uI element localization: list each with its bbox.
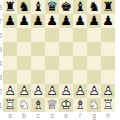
piece-glyph-outline: ♔ bbox=[59, 98, 73, 112]
piece-black-rook[interactable]: ♜ bbox=[101, 0, 115, 14]
square-f3[interactable] bbox=[73, 70, 87, 84]
piece-glyph-outline: ♙ bbox=[3, 84, 17, 98]
square-h3[interactable] bbox=[101, 70, 115, 84]
piece-black-king[interactable]: ♚ bbox=[59, 0, 73, 14]
square-a7[interactable]: ♟ bbox=[3, 14, 17, 28]
piece-black-pawn[interactable]: ♟ bbox=[59, 14, 73, 28]
piece-glyph: ♜ bbox=[3, 0, 17, 14]
piece-glyph: ♞ bbox=[17, 0, 31, 14]
piece-black-pawn[interactable]: ♟ bbox=[45, 14, 59, 28]
square-a3[interactable] bbox=[3, 70, 17, 84]
piece-white-pawn[interactable]: ♟♙ bbox=[3, 84, 17, 98]
piece-white-queen[interactable]: ♛♕ bbox=[45, 98, 59, 112]
square-h4[interactable] bbox=[101, 56, 115, 70]
square-a2[interactable]: ♟♙ bbox=[3, 84, 17, 98]
chess-board[interactable]: ♜♞♝♛♚♝♞♜♟♟♟♟♟♟♟♟♟♙♟♙♟♙♟♙♟♙♟♙♟♙♟♙♜♖♞♘♝♗♛♕… bbox=[3, 0, 115, 112]
piece-white-rook[interactable]: ♜♖ bbox=[101, 98, 115, 112]
piece-black-rook[interactable]: ♜ bbox=[3, 0, 17, 14]
piece-white-pawn[interactable]: ♟♙ bbox=[17, 84, 31, 98]
square-c6[interactable] bbox=[31, 28, 45, 42]
square-f5[interactable] bbox=[73, 42, 87, 56]
square-c4[interactable] bbox=[31, 56, 45, 70]
square-g7[interactable]: ♟ bbox=[87, 14, 101, 28]
piece-glyph-outline: ♙ bbox=[31, 84, 45, 98]
square-h6[interactable] bbox=[101, 28, 115, 42]
piece-glyph-outline: ♗ bbox=[73, 98, 87, 112]
square-e2[interactable]: ♟♙ bbox=[59, 84, 73, 98]
piece-black-knight[interactable]: ♞ bbox=[17, 0, 31, 14]
piece-white-bishop[interactable]: ♝♗ bbox=[73, 98, 87, 112]
piece-white-pawn[interactable]: ♟♙ bbox=[73, 84, 87, 98]
piece-glyph: ♝ bbox=[31, 0, 45, 14]
square-b5[interactable] bbox=[17, 42, 31, 56]
file-label-a: a bbox=[3, 112, 17, 120]
square-c3[interactable] bbox=[31, 70, 45, 84]
square-d2[interactable]: ♟♙ bbox=[45, 84, 59, 98]
piece-glyph: ♟ bbox=[101, 14, 115, 28]
piece-glyph-outline: ♘ bbox=[17, 98, 31, 112]
square-b1[interactable]: ♞♘ bbox=[17, 98, 31, 112]
piece-glyph: ♟ bbox=[3, 14, 17, 28]
square-d5[interactable] bbox=[45, 42, 59, 56]
square-a8[interactable]: ♜ bbox=[3, 0, 17, 14]
piece-glyph: ♞ bbox=[87, 0, 101, 14]
square-h1[interactable]: ♜♖ bbox=[101, 98, 115, 112]
rank-label-3: 3 bbox=[0, 74, 2, 81]
piece-black-bishop[interactable]: ♝ bbox=[31, 0, 45, 14]
square-d1[interactable]: ♛♕ bbox=[45, 98, 59, 112]
piece-glyph: ♝ bbox=[73, 0, 87, 14]
piece-black-pawn[interactable]: ♟ bbox=[87, 14, 101, 28]
square-c1[interactable]: ♝♗ bbox=[31, 98, 45, 112]
square-g1[interactable]: ♞♘ bbox=[87, 98, 101, 112]
square-b6[interactable] bbox=[17, 28, 31, 42]
piece-glyph-outline: ♙ bbox=[87, 84, 101, 98]
square-g8[interactable]: ♞ bbox=[87, 0, 101, 14]
square-e5[interactable] bbox=[59, 42, 73, 56]
square-c7[interactable]: ♟ bbox=[31, 14, 45, 28]
square-d6[interactable] bbox=[45, 28, 59, 42]
piece-glyph: ♟ bbox=[17, 14, 31, 28]
piece-glyph: ♟ bbox=[73, 14, 87, 28]
square-h7[interactable]: ♟ bbox=[101, 14, 115, 28]
square-f2[interactable]: ♟♙ bbox=[73, 84, 87, 98]
rank-label-2: 2 bbox=[0, 88, 2, 95]
square-d7[interactable]: ♟ bbox=[45, 14, 59, 28]
square-e6[interactable] bbox=[59, 28, 73, 42]
square-a4[interactable] bbox=[3, 56, 17, 70]
piece-white-pawn[interactable]: ♟♙ bbox=[87, 84, 101, 98]
square-f6[interactable] bbox=[73, 28, 87, 42]
piece-glyph-outline: ♘ bbox=[87, 98, 101, 112]
square-b8[interactable]: ♞ bbox=[17, 0, 31, 14]
square-a1[interactable]: ♜♖ bbox=[3, 98, 17, 112]
piece-black-bishop[interactable]: ♝ bbox=[73, 0, 87, 14]
piece-black-pawn[interactable]: ♟ bbox=[101, 14, 115, 28]
square-d4[interactable] bbox=[45, 56, 59, 70]
rank-label-1: 1 bbox=[0, 102, 2, 109]
piece-black-pawn[interactable]: ♟ bbox=[3, 14, 17, 28]
square-b3[interactable] bbox=[17, 70, 31, 84]
piece-glyph-outline: ♖ bbox=[3, 98, 17, 112]
piece-white-pawn[interactable]: ♟♙ bbox=[101, 84, 115, 98]
piece-white-king[interactable]: ♚♔ bbox=[59, 98, 73, 112]
chess-board-app: ♜♞♝♛♚♝♞♜♟♟♟♟♟♟♟♟♟♙♟♙♟♙♟♙♟♙♟♙♟♙♟♙♜♖♞♘♝♗♛♕… bbox=[0, 0, 120, 120]
square-d8[interactable]: ♛ bbox=[45, 0, 59, 14]
piece-black-pawn[interactable]: ♟ bbox=[73, 14, 87, 28]
piece-glyph: ♟ bbox=[31, 14, 45, 28]
piece-glyph-outline: ♕ bbox=[45, 98, 59, 112]
file-label-e: e bbox=[59, 112, 73, 120]
square-c8[interactable]: ♝ bbox=[31, 0, 45, 14]
piece-white-knight[interactable]: ♞♘ bbox=[87, 98, 101, 112]
square-c5[interactable] bbox=[31, 42, 45, 56]
rank-label-5: 5 bbox=[0, 46, 2, 53]
square-h2[interactable]: ♟♙ bbox=[101, 84, 115, 98]
file-label-h: h bbox=[101, 112, 115, 120]
square-f4[interactable] bbox=[73, 56, 87, 70]
piece-glyph-outline: ♙ bbox=[101, 84, 115, 98]
piece-glyph: ♜ bbox=[101, 0, 115, 14]
piece-black-queen[interactable]: ♛ bbox=[45, 0, 59, 14]
square-e8[interactable]: ♚ bbox=[59, 0, 73, 14]
piece-glyph: ♟ bbox=[87, 14, 101, 28]
piece-white-pawn[interactable]: ♟♙ bbox=[59, 84, 73, 98]
square-d3[interactable] bbox=[45, 70, 59, 84]
piece-glyph-outline: ♙ bbox=[45, 84, 59, 98]
piece-black-pawn[interactable]: ♟ bbox=[17, 14, 31, 28]
piece-glyph-outline: ♖ bbox=[101, 98, 115, 112]
square-g2[interactable]: ♟♙ bbox=[87, 84, 101, 98]
square-a5[interactable] bbox=[3, 42, 17, 56]
piece-white-bishop[interactable]: ♝♗ bbox=[31, 98, 45, 112]
piece-glyph: ♟ bbox=[59, 14, 73, 28]
square-b2[interactable]: ♟♙ bbox=[17, 84, 31, 98]
file-label-f: f bbox=[73, 112, 87, 120]
rank-label-6: 6 bbox=[0, 32, 2, 39]
file-label-b: b bbox=[17, 112, 31, 120]
square-h8[interactable]: ♜ bbox=[101, 0, 115, 14]
piece-glyph-outline: ♙ bbox=[73, 84, 87, 98]
square-c2[interactable]: ♟♙ bbox=[31, 84, 45, 98]
square-b7[interactable]: ♟ bbox=[17, 14, 31, 28]
file-label-c: c bbox=[31, 112, 45, 120]
piece-glyph: ♚ bbox=[59, 0, 73, 14]
piece-black-knight[interactable]: ♞ bbox=[87, 0, 101, 14]
file-label-g: g bbox=[87, 112, 101, 120]
square-f1[interactable]: ♝♗ bbox=[73, 98, 87, 112]
rank-label-7: 7 bbox=[0, 18, 2, 25]
piece-glyph: ♛ bbox=[45, 0, 59, 14]
square-e7[interactable]: ♟ bbox=[59, 14, 73, 28]
piece-white-pawn[interactable]: ♟♙ bbox=[31, 84, 45, 98]
square-h5[interactable] bbox=[101, 42, 115, 56]
square-e3[interactable] bbox=[59, 70, 73, 84]
rank-label-8: 8 bbox=[0, 4, 2, 11]
square-g3[interactable] bbox=[87, 70, 101, 84]
piece-glyph-outline: ♙ bbox=[17, 84, 31, 98]
file-label-d: d bbox=[45, 112, 59, 120]
square-g6[interactable] bbox=[87, 28, 101, 42]
square-g4[interactable] bbox=[87, 56, 101, 70]
piece-white-knight[interactable]: ♞♘ bbox=[17, 98, 31, 112]
square-a6[interactable] bbox=[3, 28, 17, 42]
piece-glyph-outline: ♗ bbox=[31, 98, 45, 112]
square-f7[interactable]: ♟ bbox=[73, 14, 87, 28]
piece-glyph-outline: ♙ bbox=[59, 84, 73, 98]
piece-black-pawn[interactable]: ♟ bbox=[31, 14, 45, 28]
square-b4[interactable] bbox=[17, 56, 31, 70]
square-e1[interactable]: ♚♔ bbox=[59, 98, 73, 112]
piece-glyph: ♟ bbox=[45, 14, 59, 28]
rank-label-4: 4 bbox=[0, 60, 2, 67]
square-g5[interactable] bbox=[87, 42, 101, 56]
piece-white-pawn[interactable]: ♟♙ bbox=[45, 84, 59, 98]
square-f8[interactable]: ♝ bbox=[73, 0, 87, 14]
square-e4[interactable] bbox=[59, 56, 73, 70]
piece-white-rook[interactable]: ♜♖ bbox=[3, 98, 17, 112]
